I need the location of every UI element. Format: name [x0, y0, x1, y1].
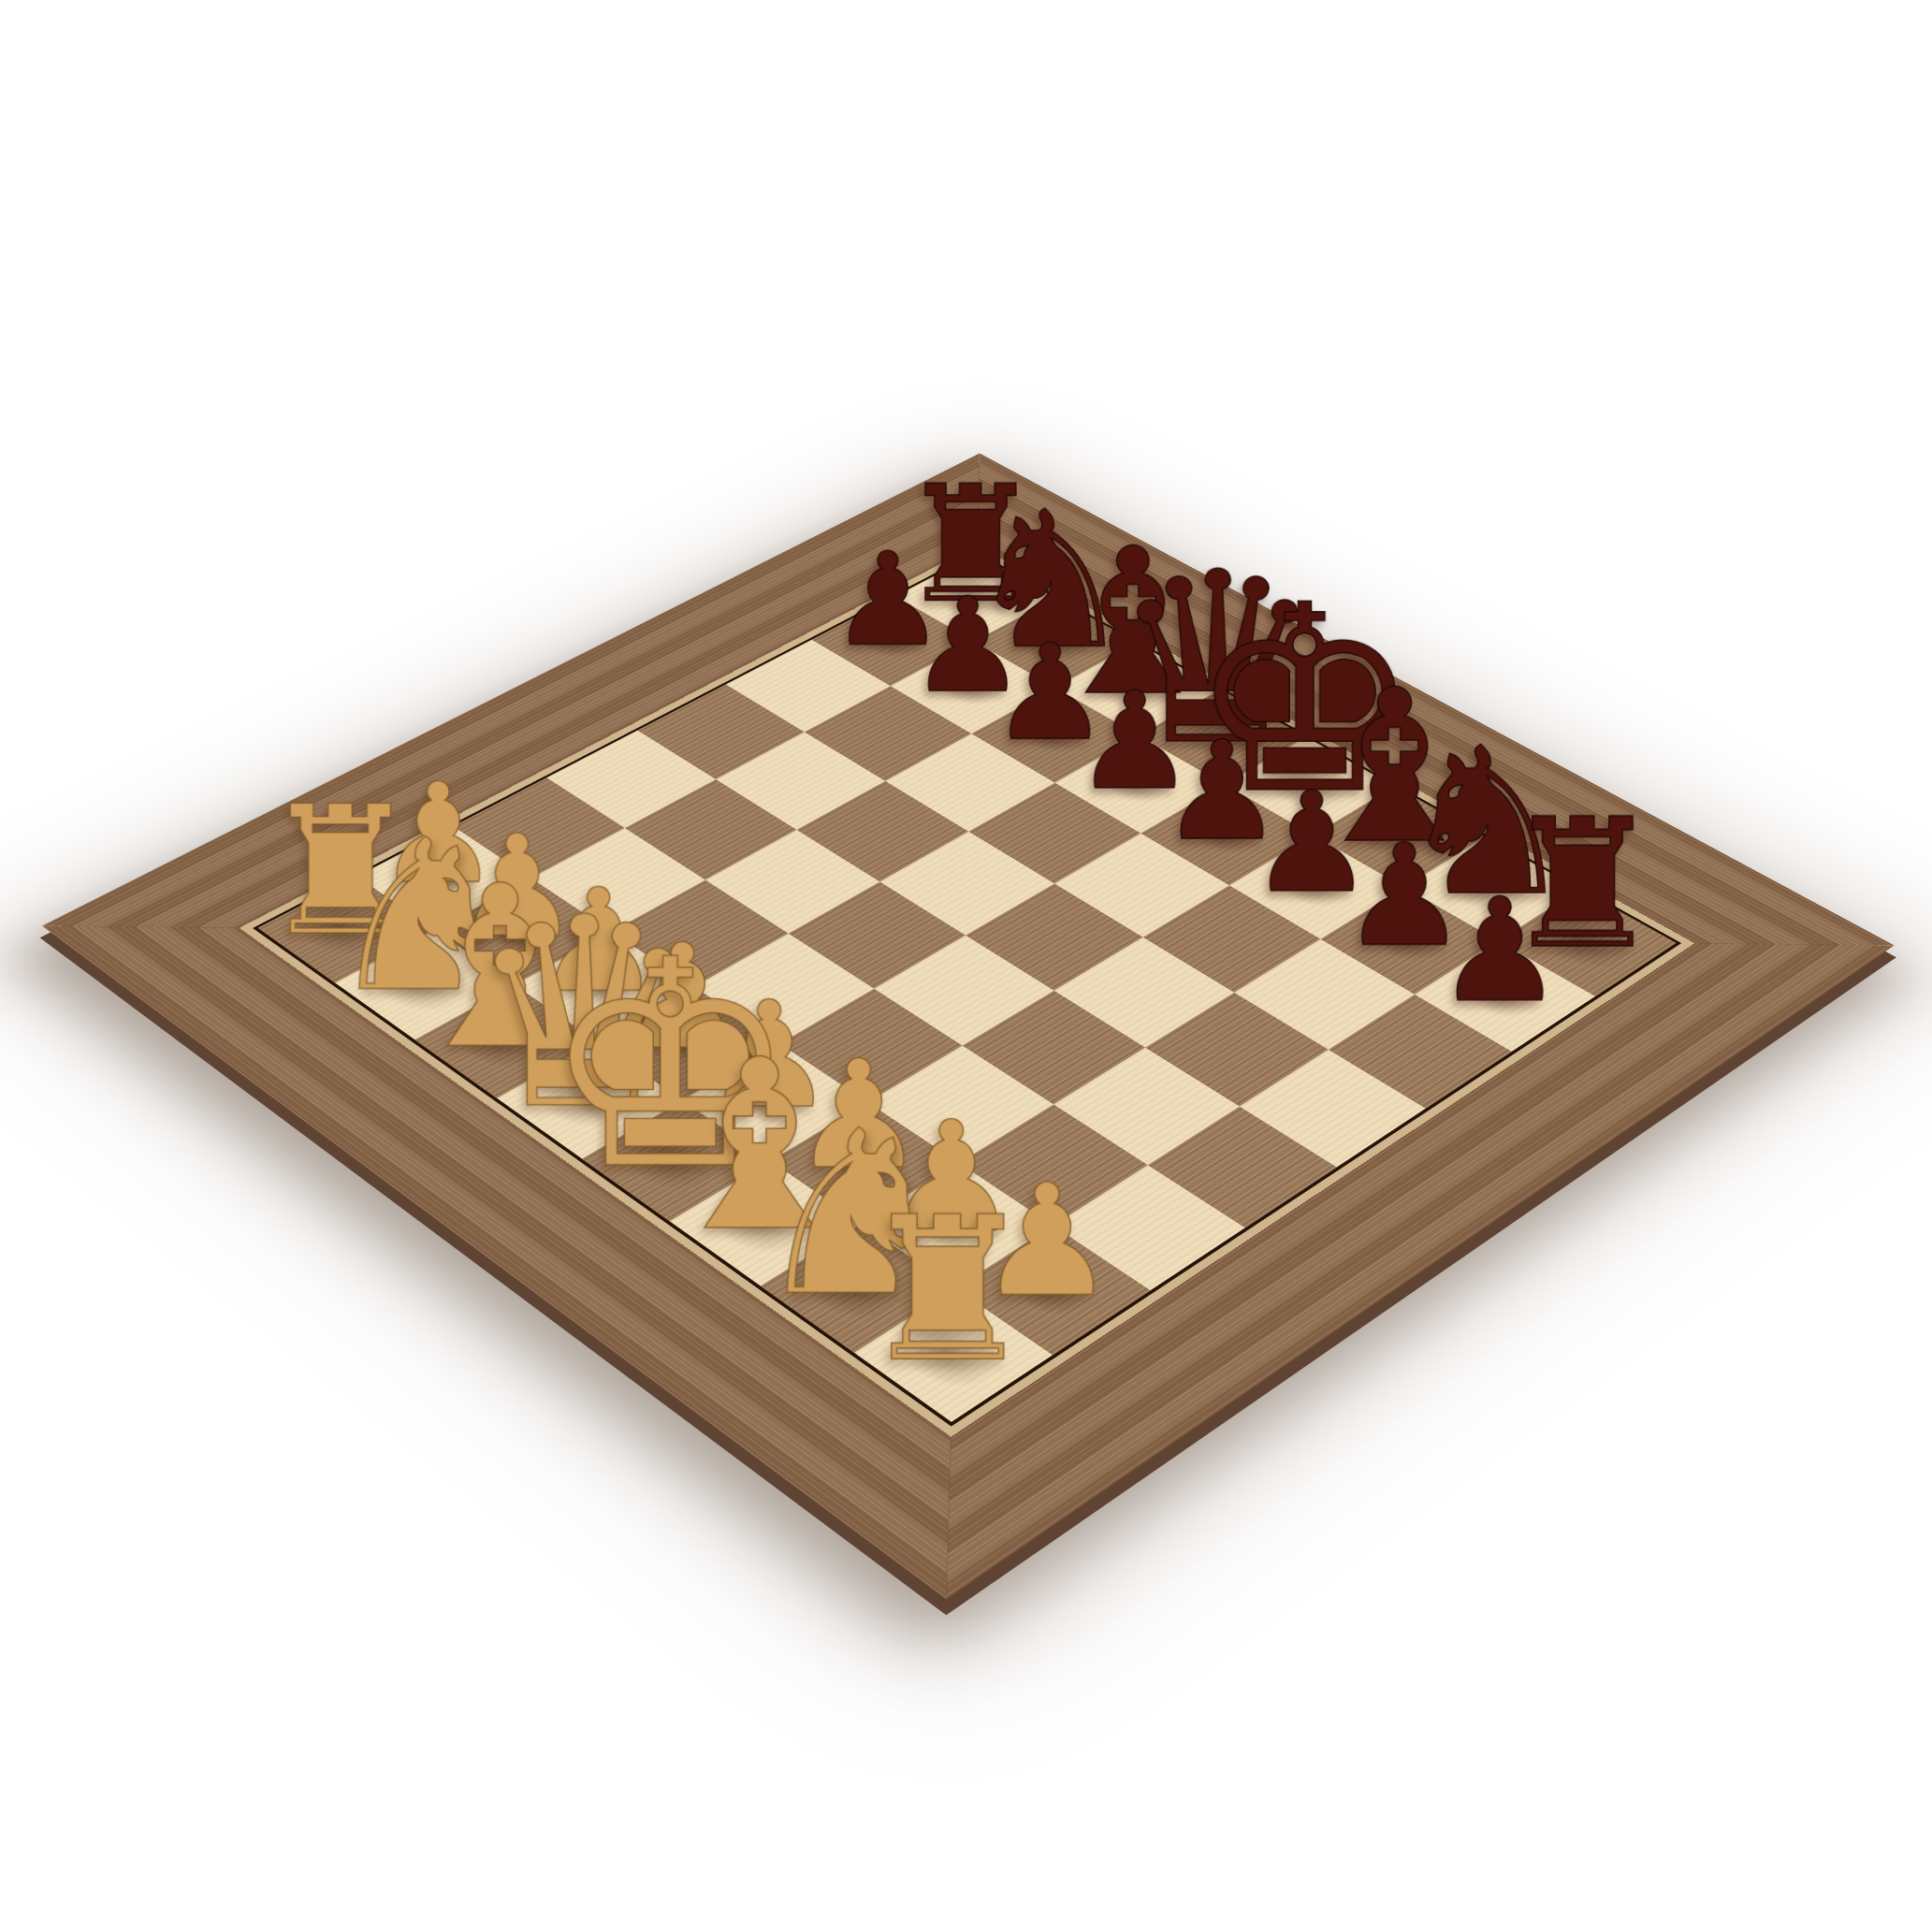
scene: ♜♞♝♛♚♝♞♜♟♟♟♟♟♟♟♟♟♟♟♟♟♟♟♟♜♞♝♛♚♝♞♜ — [0, 0, 1932, 1932]
chess-board: ♜♞♝♛♚♝♞♜♟♟♟♟♟♟♟♟♟♟♟♟♟♟♟♟♜♞♝♛♚♝♞♜ — [42, 453, 1895, 1599]
board-playing-area: ♜♞♝♛♚♝♞♜♟♟♟♟♟♟♟♟♟♟♟♟♟♟♟♟♜♞♝♛♚♝♞♜ — [253, 551, 1681, 1426]
white-rook-icon: ♜ — [858, 1191, 1037, 1390]
